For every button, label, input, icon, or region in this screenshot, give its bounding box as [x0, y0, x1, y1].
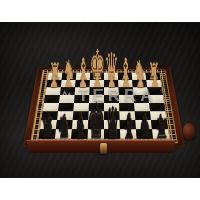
square-r7c3: ♚ [88, 129, 104, 139]
watermark-registered-mark: ® [161, 88, 165, 94]
square-r5c0 [41, 111, 58, 120]
mountain-logo-icon [59, 89, 74, 103]
square-r7c7: ♜ [152, 129, 169, 139]
square-r5c2 [73, 111, 89, 120]
square-r6c0: ♟ [40, 120, 57, 129]
square-r7c0: ♜ [39, 129, 56, 139]
watermark: TERRA ® [59, 86, 165, 106]
square-r6c5: ♟ [120, 120, 136, 129]
square-r6c7: ♟ [151, 120, 168, 129]
square-r6c4: ♟ [104, 120, 120, 129]
square-r6c2: ♟ [72, 120, 88, 129]
square-r6c3: ♟ [88, 120, 104, 129]
square-r7c6: ♞ [136, 129, 153, 139]
square-r5c5 [119, 111, 135, 120]
square-r6c1: ♟ [56, 120, 73, 129]
square-r7c2: ♝ [71, 129, 88, 139]
square-r5c6 [135, 111, 151, 120]
square-r7c5: ♝ [120, 129, 137, 139]
watermark-text: TERRA [78, 86, 157, 106]
brass-latch [100, 143, 107, 154]
square-r3c0 [44, 95, 60, 103]
page: ♜♞♝♚♛♝♞♜♟♟♟♟♟♟♟♟♟♟♟♟♟♟♟♟♜♞♝♚♛♝♞♜ TERRA ® [0, 0, 200, 200]
brass-hinge [183, 123, 195, 140]
chess-box: ♜♞♝♚♛♝♞♜♟♟♟♟♟♟♟♟♟♟♟♟♟♟♟♟♜♞♝♚♛♝♞♜ [23, 67, 186, 147]
square-r7c4: ♛ [104, 129, 120, 139]
square-r5c4 [104, 111, 120, 120]
chess-set-photo: ♜♞♝♚♛♝♞♜♟♟♟♟♟♟♟♟♟♟♟♟♟♟♟♟♜♞♝♚♛♝♞♜ TERRA ® [0, 22, 200, 178]
square-r4c0 [43, 103, 59, 111]
board-frame: ♜♞♝♚♛♝♞♜♟♟♟♟♟♟♟♟♟♟♟♟♟♟♟♟♜♞♝♚♛♝♞♜ [23, 67, 186, 147]
square-r5c3 [88, 111, 104, 120]
square-r5c1 [57, 111, 73, 120]
inlay-border: ♜♞♝♚♛♝♞♜♟♟♟♟♟♟♟♟♟♟♟♟♟♟♟♟♜♞♝♚♛♝♞♜ [30, 70, 178, 144]
square-r5c7 [150, 111, 167, 120]
square-r6c6: ♟ [135, 120, 152, 129]
square-r7c1: ♞ [55, 129, 72, 139]
